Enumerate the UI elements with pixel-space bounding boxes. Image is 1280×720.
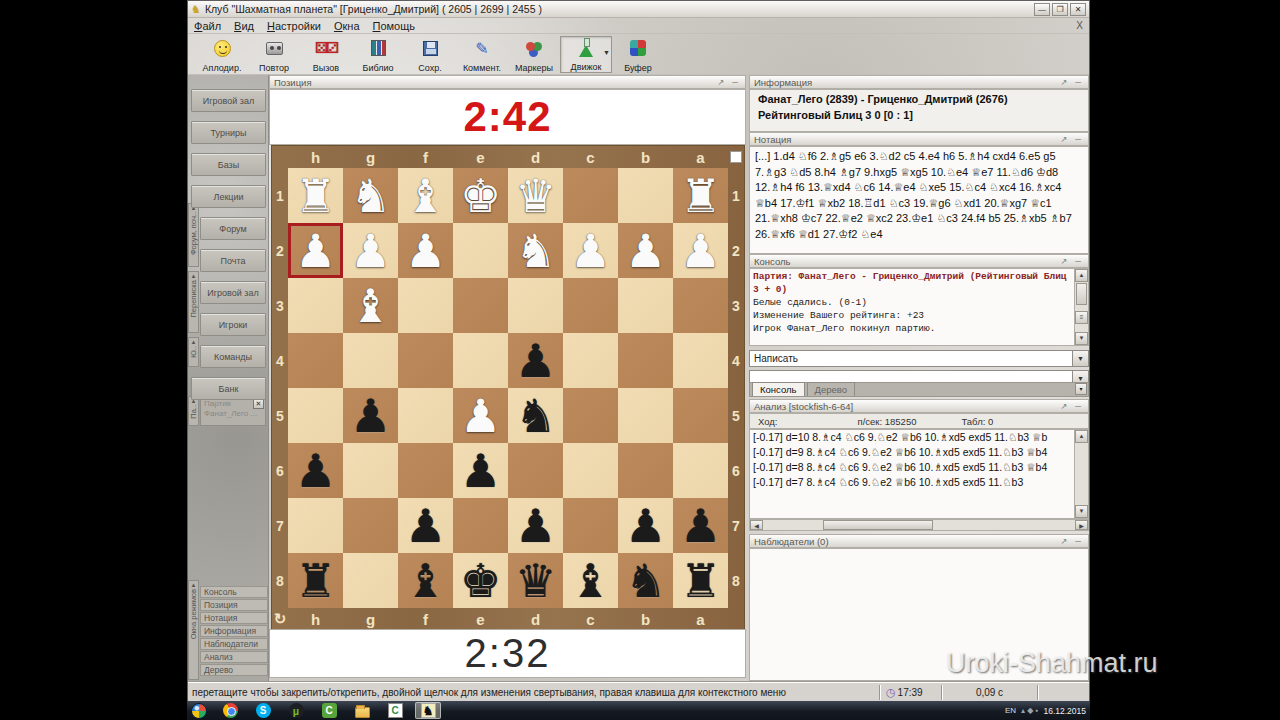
scroll-menu-icon[interactable]: ≡ (1075, 311, 1088, 324)
black-pawn: ♟ (295, 448, 336, 494)
notation-panel-body[interactable]: [...] 1.d4 ♘f6 2.♗g5 e6 3.♘d2 c5 4.e4 h6… (749, 146, 1089, 254)
tray-icons: ▴ ◆ ▪ (1021, 706, 1038, 715)
mode-item-позиция[interactable]: Позиция (200, 599, 268, 611)
move-list[interactable]: [...] 1.d4 ♘f6 2.♗g5 e6 3.♘d2 c5 4.e4 h6… (750, 147, 1088, 244)
console-line: Партия: Фанат_Лего - Гриценко_Дмитрий (Р… (750, 270, 1072, 296)
app-window: ♞ Клуб "Шахматная планета" [Гриценко_Дми… (187, 0, 1090, 701)
floppy-icon (423, 38, 438, 58)
square-h6[interactable]: ♟ (288, 443, 343, 498)
chevron-up-icon: ▲ (191, 583, 197, 587)
file-label-bottom-g: g (343, 608, 398, 630)
file-label-e: e (453, 146, 508, 168)
analysis-hscrollbar[interactable]: ◀ ▶ (749, 519, 1089, 531)
mode-item-нотация[interactable]: Нотация (200, 612, 268, 624)
minimize-button[interactable]: — (1034, 3, 1050, 16)
status-time: ◷ 17:39 (879, 685, 941, 700)
scroll-up-icon[interactable]: ▲ (1075, 430, 1088, 443)
taskbar-icon-camtasia-rec[interactable]: C (382, 702, 408, 719)
markers-icon (525, 38, 543, 58)
toolbar-button-label: Аплодир. (203, 63, 242, 73)
sidebar-item-команды-8[interactable]: Команды (200, 345, 266, 368)
black-clock: 2:32 (269, 629, 746, 678)
flip-board-icon[interactable]: ↻ (274, 610, 287, 628)
square-e7[interactable] (453, 498, 508, 553)
square-g5[interactable]: ♟ (343, 388, 398, 443)
black-pawn: ♟ (350, 393, 391, 439)
sidebar-item-лекции-3[interactable]: Лекции (191, 185, 266, 208)
rank-label-right-3: 3 (728, 278, 744, 333)
tab-console[interactable]: Консоль (752, 382, 805, 396)
square-f1[interactable]: ♝ (398, 168, 453, 223)
position-panel-header[interactable]: Позиция ↗ ─ (269, 75, 746, 89)
square-e6[interactable]: ♟ (453, 443, 508, 498)
chevron-up-icon: ▲ (191, 340, 197, 344)
analysis-stats-row: Ход: п/сек: 185250 Табл: 0 (749, 413, 1089, 429)
toolbar-button-pencil[interactable]: ✎Коммент. (456, 36, 508, 73)
white-king: ♚ (460, 173, 501, 219)
black-pawn: ♟ (405, 503, 446, 549)
menu-close-icon[interactable]: X (1076, 20, 1083, 31)
square-d6[interactable] (508, 443, 563, 498)
info-panel-body: Фанат_Лего (2839) - Гриценко_Дмитрий (26… (749, 89, 1089, 132)
black-bishop: ♝ (570, 558, 611, 604)
square-g6[interactable] (343, 443, 398, 498)
file-label-f: f (398, 146, 453, 168)
sidebar-item-форум-4[interactable]: Форум (200, 217, 266, 240)
analysis-move-label: Ход: (758, 416, 778, 427)
square-a7[interactable]: ♟ (673, 498, 728, 553)
analysis-panel-header[interactable]: Анализ [stockfish-6-64] ↗ ─ (749, 399, 1089, 413)
rank-label-left-1: 1 (272, 168, 288, 223)
white-pawn: ♟ (680, 228, 721, 274)
notation-panel-header[interactable]: Нотация ↗ ─ (749, 132, 1089, 146)
panel-header-icons[interactable]: ↗ ─ (1060, 257, 1084, 266)
modes-strip[interactable]: ▲ Окна режимов (188, 580, 199, 680)
console-tabs: Консоль Дерево ▾ (749, 382, 1089, 397)
panel-header-icons[interactable]: ↗ ─ (1060, 78, 1084, 87)
scroll-down-icon[interactable]: ▼ (1075, 332, 1088, 345)
taskbar-icon-utorrent[interactable]: µ (283, 702, 309, 719)
square-c8[interactable]: ♝ (563, 553, 618, 608)
file-label-b: b (618, 146, 673, 168)
square-h1[interactable]: ♜ (288, 168, 343, 223)
square-f8[interactable]: ♝ (398, 553, 453, 608)
toolbar-button-label: Библио (363, 63, 394, 73)
board-corner-turn (728, 146, 744, 168)
square-e1[interactable]: ♚ (453, 168, 508, 223)
square-f3[interactable] (398, 278, 453, 333)
white-rook: ♜ (680, 173, 721, 219)
puzzle-icon (630, 38, 646, 58)
square-a6[interactable] (673, 443, 728, 498)
write-dropdown[interactable]: Написать ▼ (749, 350, 1089, 367)
white-pawn: ♟ (295, 228, 336, 274)
file-label-bottom-h: h (288, 608, 343, 630)
console-line: Белые сдались. (0-1) (750, 296, 1072, 309)
square-g3[interactable]: ♝ (343, 278, 398, 333)
party-tab-strip[interactable]: ▲ Па.. (188, 396, 199, 426)
sidebar-item-базы-2[interactable]: Базы (191, 153, 266, 176)
square-b1[interactable] (618, 168, 673, 223)
file-label-bottom-a: a (673, 608, 728, 630)
square-c2[interactable]: ♟ (563, 223, 618, 278)
square-h8[interactable]: ♜ (288, 553, 343, 608)
black-knight: ♞ (515, 393, 556, 439)
rank-label-left-5: 5 (272, 388, 288, 443)
panel-header-icons[interactable]: ↗ ─ (717, 78, 741, 87)
rank-label-left-4: 4 (272, 333, 288, 388)
square-d3[interactable] (508, 278, 563, 333)
file-label-bottom-d: d (508, 608, 563, 630)
rank-label-right-5: 5 (728, 388, 744, 443)
square-b4[interactable] (618, 333, 673, 388)
status-latency: 0,09 с (941, 685, 1037, 700)
taskbar-icon-explorer[interactable] (349, 702, 375, 719)
square-a1[interactable]: ♜ (673, 168, 728, 223)
square-e2[interactable] (453, 223, 508, 278)
sidebar-group-tab-forum[interactable]: ▲ Форум, поч.. (188, 203, 199, 267)
toolbar-button-puzzle[interactable]: Буфер (612, 36, 664, 73)
toolbar-button-label: Коммент. (463, 63, 501, 73)
square-h3[interactable] (288, 278, 343, 333)
white-bishop: ♝ (405, 173, 446, 219)
white-clock-time: 2:42 (463, 93, 551, 141)
black-rook: ♜ (680, 558, 721, 604)
console-panel-header[interactable]: Консоль ↗ ─ (749, 254, 1089, 268)
rank-label-right-8: 8 (728, 553, 744, 608)
square-c6[interactable] (563, 443, 618, 498)
scroll-up-icon[interactable]: ▲ (1075, 269, 1088, 282)
white-knight: ♞ (515, 228, 556, 274)
black-clock-time: 2:32 (465, 631, 551, 676)
square-c5[interactable] (563, 388, 618, 443)
menu-item-Настройки[interactable]: Настройки (267, 20, 321, 32)
flip-board-button[interactable]: ↻ (272, 608, 288, 630)
rank-label-left-7: 7 (272, 498, 288, 553)
file-label-bottom-f: f (398, 608, 453, 630)
toolbar-button-label: Сохр. (418, 63, 441, 73)
restore-button[interactable]: ❐ (1052, 3, 1068, 16)
white-pawn: ♟ (460, 393, 501, 439)
file-label-c: c (563, 146, 618, 168)
scroll-thumb[interactable] (823, 520, 933, 530)
black-rook: ♜ (295, 558, 336, 604)
toolbar-button-dice[interactable]: ⚄⚂Вызов (300, 36, 352, 73)
toolbar-button-label: Маркеры (515, 63, 553, 73)
square-a5[interactable] (673, 388, 728, 443)
square-f5[interactable] (398, 388, 453, 443)
sidebar-item-банк-9[interactable]: Банк (191, 377, 266, 400)
panel-header-icons[interactable]: ↗ ─ (1060, 402, 1084, 411)
sidebar-item-турниры-1[interactable]: Турниры (191, 121, 266, 144)
turn-indicator-white (730, 151, 742, 163)
dice-icon: ⚄⚂ (315, 38, 337, 58)
toolbar-button-label: Повтор (259, 63, 289, 73)
toolbar-button-label: Движок (571, 62, 602, 72)
taskbar-icon-chess-app[interactable]: ♞ (415, 702, 441, 719)
square-b2[interactable]: ♟ (618, 223, 673, 278)
taskbar: SµCC♞EN▴ ◆ ▪16.12.2015 (187, 701, 1090, 720)
white-rook: ♜ (295, 173, 336, 219)
black-pawn: ♟ (625, 503, 666, 549)
square-c3[interactable] (563, 278, 618, 333)
square-e4[interactable] (453, 333, 508, 388)
black-queen: ♛ (515, 558, 556, 604)
scroll-down-icon[interactable]: ▼ (1075, 505, 1088, 518)
scroll-thumb[interactable] (1076, 283, 1087, 305)
square-f4[interactable] (398, 333, 453, 388)
menu-item-Помощь[interactable]: Помощь (373, 20, 416, 32)
square-h7[interactable] (288, 498, 343, 553)
screen: ♞ Клуб "Шахматная планета" [Гриценко_Дми… (0, 0, 1280, 720)
tray-language[interactable]: EN (1005, 706, 1016, 715)
white-pawn: ♟ (350, 228, 391, 274)
toolbar-button-label: Буфер (624, 63, 652, 73)
board-corner (728, 608, 744, 630)
flask-icon (579, 39, 593, 59)
black-knight: ♞ (625, 558, 666, 604)
file-label-bottom-b: b (618, 608, 673, 630)
square-d5[interactable]: ♞ (508, 388, 563, 443)
status-extra (1037, 685, 1089, 700)
file-label-h: h (288, 146, 343, 168)
square-f2[interactable]: ♟ (398, 223, 453, 278)
party-tab[interactable]: Партия Фанат_Лего ... ✕ (200, 396, 266, 426)
rank-label-right-6: 6 (728, 443, 744, 498)
toolbar: Аплодир.Повтор⚄⚂ВызовБиблиоСохр.✎Коммент… (188, 34, 1089, 75)
menu-item-Вид[interactable]: Вид (234, 20, 254, 32)
file-label-a: a (673, 146, 728, 168)
toolbar-button-markers[interactable]: Маркеры (508, 36, 560, 73)
square-b8[interactable]: ♞ (618, 553, 673, 608)
taskbar-icon-camtasia[interactable]: C (316, 702, 342, 719)
toolbar-button-flask[interactable]: Движок▼ (560, 36, 612, 73)
rank-label-left-6: 6 (272, 443, 288, 498)
white-pawn: ♟ (570, 228, 611, 274)
square-d4[interactable]: ♟ (508, 333, 563, 388)
square-h2[interactable]: ♟ (288, 223, 343, 278)
mode-item-консоль[interactable]: Консоль (200, 586, 268, 598)
square-d7[interactable]: ♟ (508, 498, 563, 553)
square-h5[interactable] (288, 388, 343, 443)
window-title: Клуб "Шахматная планета" [Гриценко_Дмитр… (205, 3, 1032, 15)
square-c1[interactable] (563, 168, 618, 223)
clock-icon: ◷ (886, 686, 896, 699)
square-e5[interactable]: ♟ (453, 388, 508, 443)
chevron-down-icon[interactable]: ▾ (1075, 383, 1087, 395)
menu-item-Файл[interactable]: Файл (194, 20, 221, 32)
toolbar-button-smiley[interactable]: Аплодир. (196, 36, 248, 73)
square-e8[interactable]: ♚ (453, 553, 508, 608)
chevron-down-icon[interactable]: ▼ (1072, 351, 1088, 366)
toolbar-button-books[interactable]: Библио (352, 36, 404, 73)
white-bishop: ♝ (350, 283, 391, 329)
rank-label-right-1: 1 (728, 168, 744, 223)
square-g8[interactable] (343, 553, 398, 608)
scroll-right-icon[interactable]: ▶ (1075, 520, 1088, 530)
books-icon (371, 38, 386, 58)
toolbar-button-label: Вызов (313, 63, 339, 73)
sidebar-item-игроки-7[interactable]: Игроки (200, 313, 266, 336)
square-e3[interactable] (453, 278, 508, 333)
white-pawn: ♟ (625, 228, 666, 274)
analysis-scrollbar[interactable]: ▲ ▼ (1074, 430, 1088, 518)
file-label-bottom-e: e (453, 608, 508, 630)
sidebar-item-игровой-зал-0[interactable]: Игровой зал (191, 89, 266, 112)
rank-label-right-2: 2 (728, 223, 744, 278)
square-g4[interactable] (343, 333, 398, 388)
square-f6[interactable] (398, 443, 453, 498)
board-corner (272, 146, 288, 168)
watermark: Uroki-Shahmat.ru (946, 648, 1158, 679)
start-button[interactable] (191, 703, 207, 719)
console-line: Игрок Фанат_Лего покинул партию. (750, 322, 1072, 335)
square-b5[interactable] (618, 388, 673, 443)
rank-label-left-3: 3 (272, 278, 288, 333)
app-icon: ♞ (191, 4, 201, 15)
status-bar: перетащите чтобы закрепить/открепить, дв… (188, 682, 1089, 701)
smiley-icon (214, 38, 231, 58)
square-f7[interactable]: ♟ (398, 498, 453, 553)
sidebar-item-игровой-зал-6[interactable]: Игровой зал (200, 281, 266, 304)
square-a2[interactable]: ♟ (673, 223, 728, 278)
black-pawn: ♟ (680, 503, 721, 549)
console-line: Изменение Вашего рейтинга: +23 (750, 309, 1072, 322)
taskbar-icon-skype[interactable]: S (250, 702, 276, 719)
black-pawn: ♟ (460, 448, 501, 494)
file-label-bottom-c: c (563, 608, 618, 630)
panel-header-icons[interactable]: ↗ ─ (1060, 537, 1084, 546)
system-tray: EN▴ ◆ ▪16.12.2015 (1005, 706, 1090, 716)
event-line: Рейтинговый Блиц 3 0 [0 : 1] (750, 106, 1088, 122)
analysis-line: [-0.17] d=10 8.♗c4 ♘c6 9.♘e2 ♕b6 10.♗xd5… (750, 430, 1074, 445)
mode-item-анализ[interactable]: Анализ (200, 651, 268, 663)
analysis-line: [-0.17] d=9 8.♗c4 ♘c6 9.♘e2 ♕b6 10.♗xd5 … (750, 445, 1074, 460)
square-a8[interactable]: ♜ (673, 553, 728, 608)
panel-header-icons[interactable]: ↗ ─ (1060, 135, 1084, 144)
file-label-g: g (343, 146, 398, 168)
chess-board: hgfedcba1♜♞♝♚♛♜12♟♟♟♞♟♟♟23♝34♟45♟♟♞56♟♟6… (271, 145, 745, 631)
white-queen: ♛ (515, 173, 556, 219)
white-pawn: ♟ (405, 228, 446, 274)
square-b7[interactable]: ♟ (618, 498, 673, 553)
file-label-d: d (508, 146, 563, 168)
mode-item-информация[interactable]: Информация (200, 625, 268, 637)
mode-item-дерево[interactable]: Дерево (200, 664, 268, 676)
analysis-line: [-0.17] d=8 8.♗c4 ♘c6 9.♘e2 ♕b6 10.♗xd5 … (750, 460, 1074, 475)
sidebar-group-tab-perepiska[interactable]: ▲ Переписка (188, 271, 199, 333)
square-d2[interactable]: ♞ (508, 223, 563, 278)
square-d1[interactable]: ♛ (508, 168, 563, 223)
mode-item-наблюдатели[interactable]: Наблюдатели (200, 638, 268, 650)
tray-date: 16.12.2015 (1043, 706, 1086, 716)
square-c7[interactable] (563, 498, 618, 553)
title-bar: ♞ Клуб "Шахматная планета" [Гриценко_Дми… (188, 1, 1089, 18)
chevron-up-icon: ▲ (191, 274, 197, 278)
pencil-icon: ✎ (475, 38, 488, 58)
white-knight: ♞ (350, 173, 391, 219)
square-c4[interactable] (563, 333, 618, 388)
observers-panel-header[interactable]: Наблюдатели (0) ↗ ─ (749, 534, 1089, 548)
square-g7[interactable] (343, 498, 398, 553)
rank-label-right-4: 4 (728, 333, 744, 388)
square-d8[interactable]: ♛ (508, 553, 563, 608)
black-king: ♚ (460, 558, 501, 604)
chevron-down-icon[interactable]: ▼ (603, 49, 610, 56)
tab-tree[interactable]: Дерево (807, 382, 856, 396)
info-panel-header[interactable]: Информация ↗ ─ (749, 75, 1089, 89)
close-button[interactable]: ✕ (1070, 3, 1086, 16)
players-line: Фанат_Лего (2839) - Гриценко_Дмитрий (26… (750, 90, 1088, 106)
sidebar-item-почта-5[interactable]: Почта (200, 249, 266, 272)
taskbar-icon-chrome[interactable] (217, 702, 243, 719)
square-b6[interactable] (618, 443, 673, 498)
toolbar-button-floppy[interactable]: Сохр. (404, 36, 456, 73)
rank-label-right-7: 7 (728, 498, 744, 553)
menu-item-Окна[interactable]: Окна (334, 20, 360, 32)
menu-bar: ФайлВидНастройкиОкнаПомощьX (188, 18, 1089, 34)
sidebar: ▲ Форум, поч.. ▲ Переписка ▲ Ю.. ▲ Па.. … (188, 75, 269, 682)
black-pawn: ♟ (515, 338, 556, 384)
repeat-icon (266, 38, 283, 58)
square-g2[interactable]: ♟ (343, 223, 398, 278)
console-output[interactable]: Партия: Фанат_Лего - Гриценко_Дмитрий (Р… (749, 268, 1089, 346)
analysis-nps: п/сек: 185250 (858, 416, 917, 427)
analysis-output[interactable]: [-0.17] d=10 8.♗c4 ♘c6 9.♘e2 ♕b6 10.♗xd5… (749, 429, 1089, 519)
status-hint: перетащите чтобы закрепить/открепить, дв… (188, 687, 879, 698)
toolbar-button-repeat[interactable]: Повтор (248, 36, 300, 73)
analysis-tbl: Табл: 0 (961, 416, 993, 427)
black-pawn: ♟ (515, 503, 556, 549)
console-scrollbar[interactable]: ▲ ≡ ▼ (1074, 269, 1088, 345)
write-dropdown-value: Написать (750, 353, 1072, 364)
analysis-line: [-0.17] d=7 8.♗c4 ♘c6 9.♘e2 ♕b6 10.♗xd5 … (750, 475, 1074, 490)
sidebar-group-tab-yu[interactable]: ▲ Ю.. (188, 337, 199, 367)
black-bishop: ♝ (405, 558, 446, 604)
rank-label-left-8: 8 (272, 553, 288, 608)
rank-label-left-2: 2 (272, 223, 288, 278)
square-g1[interactable]: ♞ (343, 168, 398, 223)
square-a3[interactable] (673, 278, 728, 333)
white-clock: 2:42 (269, 89, 746, 145)
square-b3[interactable] (618, 278, 673, 333)
square-a4[interactable] (673, 333, 728, 388)
square-h4[interactable] (288, 333, 343, 388)
scroll-left-icon[interactable]: ◀ (750, 520, 763, 530)
